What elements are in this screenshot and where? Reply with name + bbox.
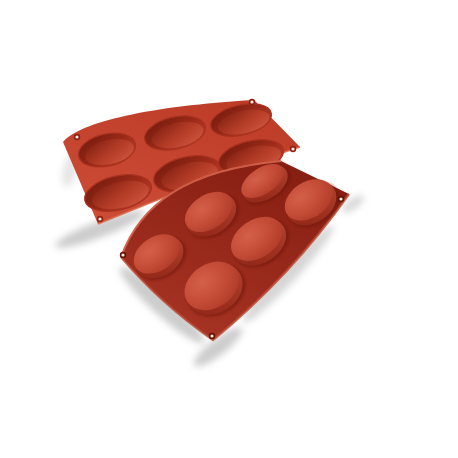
corner-hole (120, 252, 126, 258)
corner-hole-center (75, 135, 78, 138)
corner-hole (290, 146, 296, 152)
corner-hole (97, 216, 103, 222)
product-photo-stage (0, 0, 458, 458)
corner-hole-center (121, 253, 124, 256)
mold-scene (0, 0, 458, 458)
corner-hole-center (291, 147, 294, 150)
corner-hole-center (98, 217, 101, 220)
corner-hole (249, 99, 255, 105)
corner-hole-center (250, 100, 253, 103)
corner-hole (74, 134, 80, 140)
corner-hole (209, 333, 215, 339)
corner-hole (338, 196, 344, 202)
corner-hole-center (339, 197, 342, 200)
corner-hole-center (210, 334, 213, 337)
